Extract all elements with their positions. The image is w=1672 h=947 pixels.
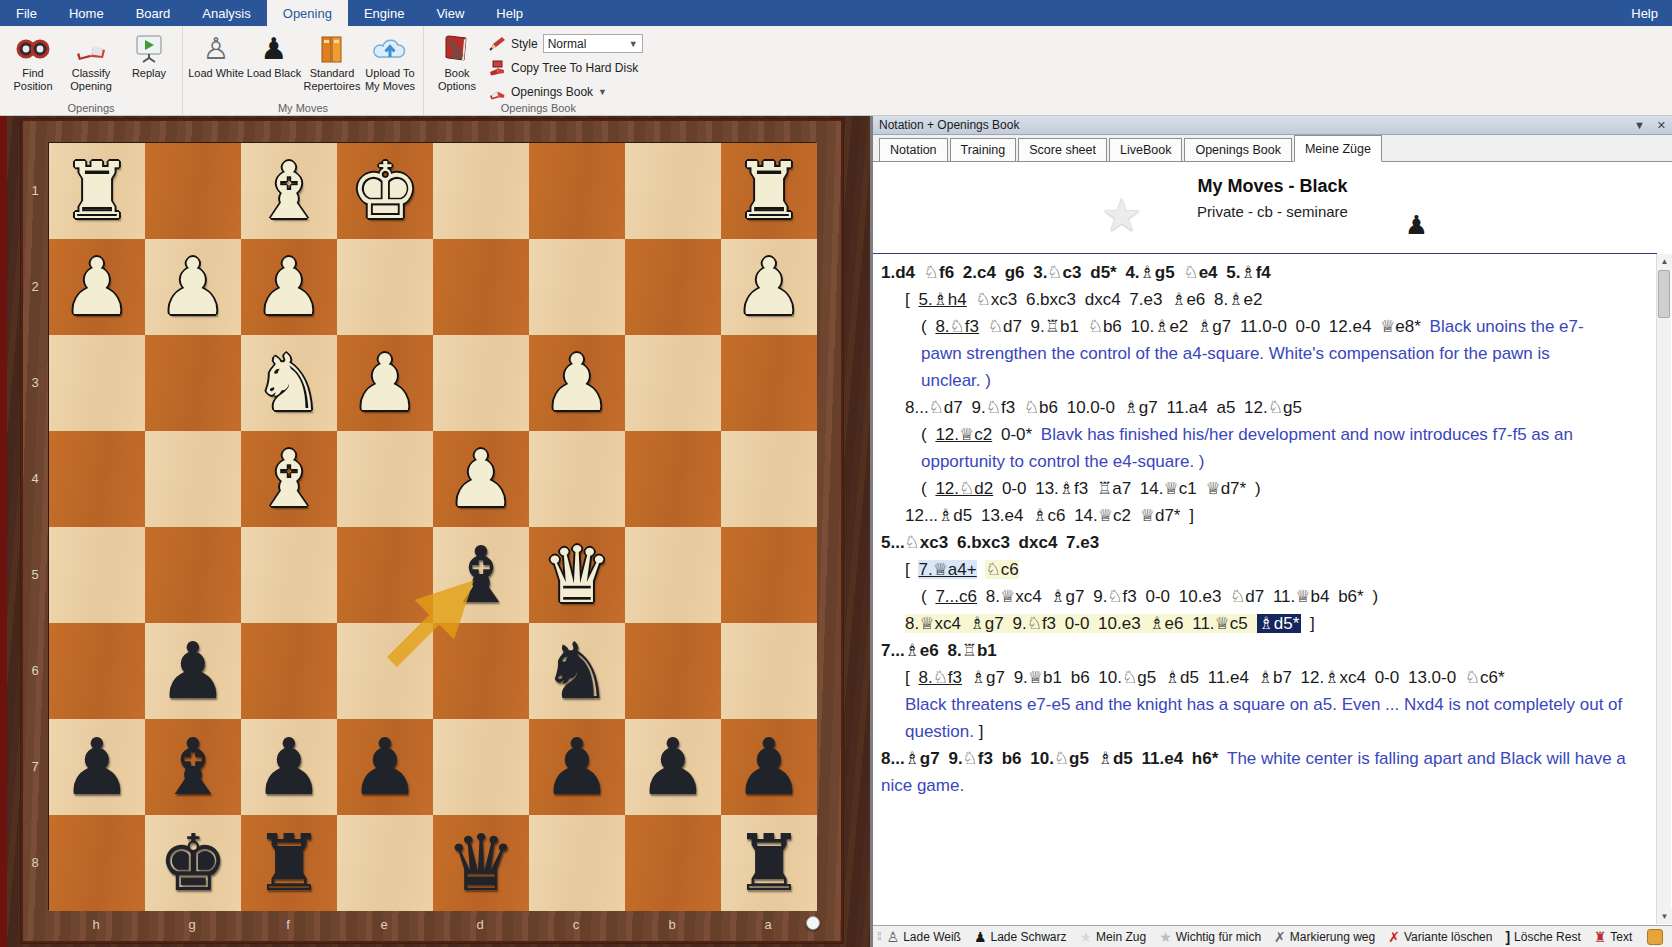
move-text[interactable]: 12.♘d2	[935, 479, 993, 498]
panel-tab-strip: NotationTrainingScore sheetLiveBookOpeni…	[873, 135, 1672, 162]
square-a3[interactable]	[721, 335, 817, 431]
white-pawn: ♟	[529, 335, 625, 431]
star-gray-icon: ★	[1159, 929, 1172, 945]
move-text[interactable]: [	[905, 560, 918, 579]
notation-line-19: 8...♗g7 9.♘f3 b6 10.♘g5 ♗d5 11.e4 h6* Th…	[881, 745, 1657, 772]
panel-tab-score-sheet[interactable]: Score sheet	[1018, 138, 1107, 161]
panel-tab-meine-züge[interactable]: Meine Züge	[1294, 135, 1382, 162]
square-f1[interactable]: ♝	[241, 143, 337, 239]
comment-text: Black threatens e7-e5 and the knight has…	[905, 695, 1622, 714]
chevron-down-icon[interactable]: ▼	[598, 87, 607, 97]
comment-text: unclear. )	[921, 371, 991, 390]
panel-tab-openings-book[interactable]: Openings Book	[1184, 138, 1291, 161]
white-pawn: ♟	[241, 239, 337, 335]
red-book-icon	[488, 84, 506, 100]
move-text[interactable]: [	[905, 668, 918, 687]
style-row[interactable]: StyleNormal▼	[488, 34, 643, 53]
square-h5[interactable]	[49, 527, 145, 623]
square-d2[interactable]	[433, 239, 529, 335]
ribbon-group-openings-book: Book OptionsStyleNormal▼Copy Tree To Har…	[423, 26, 653, 115]
rank-label-1: 1	[24, 142, 46, 238]
panel-tab-livebook[interactable]: LiveBook	[1109, 138, 1182, 161]
move-text[interactable]: 7...♗e6 8.♖b1	[881, 641, 997, 660]
move-text[interactable]: 5.♗h4	[918, 290, 966, 309]
white-pawn: ♟	[433, 431, 529, 527]
panel-tab-notation[interactable]: Notation	[879, 138, 948, 161]
move-text[interactable]: 8...♗g7 9.♘f3 b6 10.♘g5 ♗d5 11.e4 h6*	[881, 749, 1227, 768]
openings-book-small-controls: StyleNormal▼Copy Tree To Hard DiskOpenin…	[486, 28, 649, 101]
black-pawn: ♟	[529, 719, 625, 815]
book-options-label: Book Options	[428, 67, 486, 93]
load-black-label: Load Black	[247, 67, 301, 80]
move-text[interactable]: 8.♕xc4 ♗g7 9.♘f3 0-0 10.e3 ♘d7 11.♕b4 b6…	[977, 587, 1378, 606]
notation-line-13: ( 7...c6 8.♕xc4 ♗g7 9.♘f3 0-0 10.e3 ♘d7 …	[881, 583, 1657, 610]
move-text[interactable]: 8.♘f3	[935, 317, 979, 336]
rank-labels: 12345678	[24, 142, 46, 910]
white-bishop: ♝	[241, 431, 337, 527]
notation-line-10: 12...♗d5 13.e4 ♗c6 14.♕c2 ♕d7* ]	[881, 502, 1657, 529]
black-pawn: ♟	[337, 719, 433, 815]
square-g4[interactable]	[145, 431, 241, 527]
replay-label: Replay	[132, 67, 166, 80]
ribbon-group-title: Openings	[0, 102, 182, 114]
square-a4[interactable]	[721, 431, 817, 527]
rank-label-8: 8	[24, 814, 46, 910]
notation-line-16: [ 8.♘f3 ♗g7 9.♕b1 b6 10.♘g5 ♗d5 11.e4 ♗b…	[881, 664, 1657, 691]
mein-zug-button[interactable]: ★Mein Zug	[1080, 929, 1147, 945]
square-g6[interactable]: ♟	[145, 623, 241, 719]
file-label-f: f	[240, 912, 336, 936]
replay-screen-icon	[132, 31, 166, 67]
lade-schwarz-label: Lade Schwarz	[991, 930, 1067, 944]
move-text[interactable]: 0-0 13.♗f3 ♖a7 14.♕c1 ♕d7* )	[993, 479, 1260, 498]
square-b2[interactable]	[625, 239, 721, 335]
square-e4[interactable]	[337, 431, 433, 527]
ribbon-tab-board[interactable]: Board	[120, 0, 187, 26]
openings-book-row[interactable]: Openings Book▼	[488, 82, 643, 101]
move-text[interactable]: [	[905, 290, 918, 309]
repertoire-title: My Moves - Black	[873, 176, 1672, 197]
file-label-a: a	[720, 912, 816, 936]
standard-repertoires-button[interactable]: Standard Repertoires	[303, 28, 361, 93]
variante-loeschen-label: Variante löschen	[1404, 930, 1493, 944]
square-e3[interactable]: ♟	[337, 335, 433, 431]
red-piece-icon: ♜	[1594, 929, 1607, 945]
upload-to-my-moves-button[interactable]: Upload To My Moves	[361, 28, 419, 93]
square-g7[interactable]: ♝	[145, 719, 241, 815]
square-g1[interactable]	[145, 143, 241, 239]
move-text[interactable]: (	[921, 317, 935, 336]
notation-line-6: 8...♘d7 9.♘f3 ♘b6 10.0-0 ♗g7 11.a4 a5 12…	[881, 394, 1657, 421]
move-text[interactable]: ]	[979, 722, 984, 741]
chessbase-window: FileHomeBoardAnalysisOpeningEngineViewHe…	[0, 0, 1672, 947]
square-f8[interactable]: ♜	[241, 815, 337, 911]
square-c5[interactable]: ♛	[529, 527, 625, 623]
square-d6[interactable]	[433, 623, 529, 719]
notation-line-5: unclear. )	[881, 367, 1657, 394]
book-options-button[interactable]: Book Options	[428, 28, 486, 93]
black-knight: ♞	[529, 623, 625, 719]
scrollbar-thumb[interactable]	[1658, 270, 1670, 318]
lade-weiss-button[interactable]: ♙Lade Weiß	[887, 929, 961, 945]
rank-label-3: 3	[24, 334, 46, 430]
lade-weiss-label: Lade Weiß	[903, 930, 961, 944]
wichtig-fuer-mich-button[interactable]: ★Wichtig für mich	[1159, 929, 1261, 945]
ribbon-tab-home[interactable]: Home	[53, 0, 120, 26]
repertoire-subtitle: Private - cb - seminare	[873, 203, 1672, 220]
notation-line-15: 7...♗e6 8.♖b1	[881, 637, 1657, 664]
square-d4[interactable]: ♟	[433, 431, 529, 527]
bracket-icon: ]	[1505, 929, 1510, 945]
help-link[interactable]: Help	[1617, 0, 1672, 26]
panel-title: Notation + Openings Book	[879, 118, 1019, 132]
black-king: ♚	[145, 815, 241, 911]
rank-label-6: 6	[24, 622, 46, 718]
square-h4[interactable]	[49, 431, 145, 527]
black-pawn: ♟	[145, 623, 241, 719]
square-f4[interactable]: ♝	[241, 431, 337, 527]
black-bishop: ♝	[433, 527, 529, 623]
replay-button[interactable]: Replay	[120, 28, 178, 80]
notation-scrollbar[interactable]: ▲ ▼	[1656, 254, 1671, 924]
variante-loeschen-button[interactable]: ✗Variante löschen	[1388, 929, 1492, 945]
square-c1[interactable]	[529, 143, 625, 239]
comment-text: Blavk has finished his/her development a…	[1041, 425, 1573, 444]
move-text[interactable]: 8...♘d7 9.♘f3 ♘b6 10.0-0 ♗g7 11.a4 a5 12…	[905, 398, 1302, 417]
square-a8[interactable]: ♜	[721, 815, 817, 911]
square-g8[interactable]: ♚	[145, 815, 241, 911]
square-b7[interactable]: ♟	[625, 719, 721, 815]
square-a1[interactable]: ♜	[721, 143, 817, 239]
square-g5[interactable]	[145, 527, 241, 623]
square-b1[interactable]	[625, 143, 721, 239]
loesche-rest-label: Lösche Rest	[1514, 930, 1581, 944]
classify-opening-label: Classify Opening	[62, 67, 120, 93]
black-pawn: ♟	[625, 719, 721, 815]
square-a6[interactable]	[721, 623, 817, 719]
white-knight: ♞	[241, 335, 337, 431]
square-d8[interactable]: ♛	[433, 815, 529, 911]
chevron-down-icon[interactable]: ▼	[1634, 119, 1645, 131]
notation-line-4: pawn strengthen the control of the a4-sq…	[881, 340, 1657, 367]
notation-line-3: ( 8.♘f3 ♘d7 9.♖b1 ♘b6 10.♗e2 ♗g7 11.0-0 …	[881, 313, 1657, 340]
wood-edge	[0, 116, 7, 947]
ribbon-tab-opening[interactable]: Opening	[267, 0, 348, 26]
square-e6[interactable]	[337, 623, 433, 719]
move-text[interactable]: (	[921, 479, 935, 498]
rank-label-2: 2	[24, 238, 46, 334]
style-value: Normal	[548, 37, 587, 51]
square-d3[interactable]	[433, 335, 529, 431]
square-h8[interactable]	[49, 815, 145, 911]
copy-books-icon	[488, 60, 506, 76]
square-b6[interactable]	[625, 623, 721, 719]
ribbon-tab-view[interactable]: View	[420, 0, 480, 26]
notation-line-8: opportunity to control the e4-square. )	[881, 448, 1657, 475]
star-icon[interactable]: ★	[1101, 188, 1142, 242]
pen-icon	[488, 36, 506, 52]
file-label-g: g	[144, 912, 240, 936]
repertoire-header: ★ My Moves - Black Private - cb - semina…	[873, 162, 1672, 253]
square-b5[interactable]	[625, 527, 721, 623]
white-queen: ♛	[529, 527, 625, 623]
load-white-label: Load White	[188, 67, 244, 80]
black-bishop: ♝	[145, 719, 241, 815]
move-text[interactable]: ]	[1301, 614, 1314, 633]
open-book-icon	[74, 31, 108, 67]
square-d5[interactable]: ♝	[433, 527, 529, 623]
openings-book-label: Openings Book	[511, 85, 593, 99]
white-pawn: ♟	[337, 335, 433, 431]
black-queen: ♛	[433, 815, 529, 911]
square-d7[interactable]	[433, 719, 529, 815]
ribbon-tab-file[interactable]: File	[0, 0, 53, 26]
square-c8[interactable]	[529, 815, 625, 911]
notation-line-11: 5...♘xc3 6.bxc3 dxc4 7.e3	[881, 529, 1657, 556]
scroll-up-icon[interactable]: ▲	[1657, 254, 1672, 269]
notation-line-14: 8.♕xc4 ♗g7 9.♘f3 0-0 10.e3 ♗e6 11.♕c5 ♗d…	[881, 610, 1657, 637]
close-icon[interactable]: ✕	[1657, 119, 1666, 132]
square-e7[interactable]: ♟	[337, 719, 433, 815]
rank-label-4: 4	[24, 430, 46, 526]
square-h2[interactable]: ♟	[49, 239, 145, 335]
square-a2[interactable]: ♟	[721, 239, 817, 335]
comment-text: opportunity to control the e4-square. )	[921, 452, 1205, 471]
square-d1[interactable]	[433, 143, 529, 239]
ribbon-tab-bar: FileHomeBoardAnalysisOpeningEngineViewHe…	[0, 0, 1672, 26]
square-c4[interactable]	[529, 431, 625, 527]
find-position-button[interactable]: Find Position	[4, 28, 62, 93]
red-book-wrench-icon	[440, 31, 474, 67]
star-light-icon: ★	[1080, 929, 1093, 945]
square-f5[interactable]	[241, 527, 337, 623]
file-label-e: e	[336, 912, 432, 936]
square-e1[interactable]: ♚	[337, 143, 433, 239]
move-text[interactable]: (	[921, 587, 935, 606]
square-b3[interactable]	[625, 335, 721, 431]
wichtig-fuer-mich-label: Wichtig für mich	[1176, 930, 1261, 944]
upload-to-my-moves-label: Upload To My Moves	[361, 67, 419, 93]
white-pawn: ♟	[721, 239, 817, 335]
copy-tree-to-hard-disk-row[interactable]: Copy Tree To Hard Disk	[488, 58, 643, 77]
move-text[interactable]: ♗g7 9.♕b1 b6 10.♘g5 ♗d5 11.e4 ♗b7 12.♗xc…	[962, 668, 1505, 687]
panel-tab-training[interactable]: Training	[950, 138, 1017, 161]
white-pawn-icon: ♙	[887, 929, 900, 945]
black-pawn: ♟	[721, 719, 817, 815]
ribbon-group-title: Openings Book	[424, 102, 653, 114]
ribbon-tab-help[interactable]: Help	[480, 0, 539, 26]
square-c2[interactable]	[529, 239, 625, 335]
text-label: Text	[1610, 930, 1632, 944]
move-text[interactable]: 5...♘xc3 6.bxc3 dxc4 7.e3	[881, 533, 1099, 552]
move-text[interactable]: ♘xc3 6.bxc3 dxc4 7.e3 ♗e6 8.♗e2	[967, 290, 1263, 309]
notation-line-2: [ 5.♗h4 ♘xc3 6.bxc3 dxc4 7.e3 ♗e6 8.♗e2	[881, 286, 1657, 313]
square-c3[interactable]: ♟	[529, 335, 625, 431]
notation-line-12: [ 7.♕a4+ ♘c6	[881, 556, 1657, 583]
square-f6[interactable]	[241, 623, 337, 719]
rank-label-5: 5	[24, 526, 46, 622]
move-text[interactable]: ♘d7 9.♖b1 ♘b6 10.♗e2 ♗g7 11.0-0 0-0 12.e…	[979, 317, 1430, 336]
ribbon-group-openings: Find PositionClassify OpeningReplayOpeni…	[0, 26, 182, 115]
black-pawn: ♟	[241, 719, 337, 815]
file-label-b: b	[624, 912, 720, 936]
notation-line-17: Black threatens e7-e5 and the knight has…	[881, 691, 1657, 718]
move-text[interactable]: ♗d5*	[1257, 614, 1302, 633]
file-label-h: h	[48, 912, 144, 936]
notation-line-18: question. ]	[881, 718, 1657, 745]
square-h6[interactable]	[49, 623, 145, 719]
ribbon: Find PositionClassify OpeningReplayOpeni…	[0, 26, 1672, 116]
notation-panel: Notation + Openings Book ▼ ✕ NotationTra…	[870, 116, 1672, 947]
notation-line-7: ( 12.♕c2 0-0* Blavk has finished his/her…	[881, 421, 1657, 448]
text-button[interactable]: ♜Text	[1594, 929, 1633, 945]
move-text[interactable]: 12...♗d5 13.e4 ♗c6 14.♕c2 ♕d7* ]	[905, 506, 1194, 525]
square-b4[interactable]	[625, 431, 721, 527]
load-white-button[interactable]: ♙Load White	[187, 28, 245, 80]
black-pawn-icon: ♟	[974, 929, 987, 945]
standard-repertoires-label: Standard Repertoires	[303, 67, 361, 93]
white-pawn-icon: ♙	[203, 31, 230, 67]
black-rook: ♜	[241, 815, 337, 911]
gray-x-icon: ✗	[1274, 929, 1286, 945]
comment-text: pawn strengthen the control of the a4-sq…	[921, 344, 1550, 363]
file-labels: hgfedcba	[48, 912, 816, 936]
file-label-d: d	[432, 912, 528, 936]
find-position-label: Find Position	[4, 67, 62, 93]
toolbar-drag-handle[interactable]: ⁞⁞	[877, 931, 881, 942]
rank-label-7: 7	[24, 718, 46, 814]
black-rook: ♜	[721, 815, 817, 911]
comment-text: question.	[905, 722, 979, 741]
orange-books-icon	[317, 31, 347, 67]
square-a7[interactable]: ♟	[721, 719, 817, 815]
square-f2[interactable]: ♟	[241, 239, 337, 335]
style-label: Style	[511, 37, 538, 51]
square-c6[interactable]: ♞	[529, 623, 625, 719]
side-to-move-indicator	[806, 916, 820, 930]
white-king: ♚	[337, 143, 433, 239]
move-text[interactable]: 8.♕xc4 ♗g7 9.♘f3 0-0 10.e3 ♗e6 11.♕c5	[905, 614, 1257, 633]
square-h7[interactable]: ♟	[49, 719, 145, 815]
white-rook: ♜	[721, 143, 817, 239]
square-h1[interactable]: ♜	[49, 143, 145, 239]
classify-opening-button[interactable]: Classify Opening	[62, 28, 120, 93]
ribbon-tab-analysis[interactable]: Analysis	[186, 0, 266, 26]
lade-schwarz-button[interactable]: ♟Lade Schwarz	[974, 929, 1067, 945]
panel-title-bar[interactable]: Notation + Openings Book ▼ ✕	[873, 116, 1672, 135]
square-e8[interactable]	[337, 815, 433, 911]
move-text[interactable]: 8.♘f3	[918, 668, 962, 687]
move-text[interactable]: (	[921, 425, 935, 444]
move-text[interactable]: 0-0*	[992, 425, 1041, 444]
square-g3[interactable]	[145, 335, 241, 431]
chevron-down-icon: ▼	[629, 39, 638, 49]
style-dropdown[interactable]: Normal▼	[543, 34, 643, 53]
black-pawn: ♟	[49, 719, 145, 815]
clipped-toolbar-icon[interactable]	[1647, 929, 1663, 945]
square-e2[interactable]	[337, 239, 433, 335]
square-c7[interactable]: ♟	[529, 719, 625, 815]
square-f7[interactable]: ♟	[241, 719, 337, 815]
notation-line-9: ( 12.♘d2 0-0 13.♗f3 ♖a7 14.♕c1 ♕d7* )	[881, 475, 1657, 502]
loesche-rest-button[interactable]: ]Lösche Rest	[1505, 929, 1580, 945]
comment-text: Black unoins the e7-	[1430, 317, 1584, 336]
board-panel: 12345678 hgfedcba ♜♝♚♜♟♟♟♟♞♟♟♝♟♝♛♟♞♟♝♟♟♟…	[0, 116, 870, 947]
square-h3[interactable]	[49, 335, 145, 431]
notation-line-20: nice game.	[881, 772, 1657, 799]
move-text[interactable]: 1.d4 ♘f6 2.c4 g6 3.♘c3 d5* 4.♗g5 ♘e4 5.♗…	[881, 263, 1271, 282]
file-label-c: c	[528, 912, 624, 936]
comment-text: The white center is falling apart and Bl…	[1227, 749, 1626, 768]
white-bishop: ♝	[241, 143, 337, 239]
red-x-icon: ✗	[1388, 929, 1400, 945]
cloud-upload-icon	[372, 31, 408, 67]
comment-text: nice game.	[881, 776, 964, 795]
square-f3[interactable]: ♞	[241, 335, 337, 431]
scroll-down-icon[interactable]: ▼	[1657, 909, 1672, 924]
square-g2[interactable]: ♟	[145, 239, 241, 335]
copy-tree-to-hard-disk-label: Copy Tree To Hard Disk	[511, 61, 638, 75]
markierung-weg-label: Markierung weg	[1290, 930, 1375, 944]
ribbon-tab-engine[interactable]: Engine	[348, 0, 420, 26]
white-pawn: ♟	[49, 239, 145, 335]
move-text[interactable]: 7.♕a4+	[918, 560, 976, 579]
square-e5[interactable]	[337, 527, 433, 623]
ribbon-group-my-moves: ♙Load White♟Load BlackStandard Repertoir…	[182, 26, 423, 115]
load-black-button[interactable]: ♟Load Black	[245, 28, 303, 80]
person-pawn-icon[interactable]: ♟	[1405, 210, 1428, 240]
binoculars-icon	[16, 31, 50, 67]
move-text[interactable]: 12.♕c2	[935, 425, 992, 444]
move-text[interactable]: ♘c6	[985, 560, 1018, 579]
bottom-toolbar: ⁞⁞ ♙Lade Weiß♟Lade Schwarz★Mein Zug★Wich…	[873, 925, 1672, 947]
white-pawn: ♟	[145, 239, 241, 335]
mein-zug-label: Mein Zug	[1096, 930, 1146, 944]
notation-line-1: 1.d4 ♘f6 2.c4 g6 3.♘c3 d5* 4.♗g5 ♘e4 5.♗…	[881, 259, 1657, 286]
square-b8[interactable]	[625, 815, 721, 911]
markierung-weg-button[interactable]: ✗Markierung weg	[1274, 929, 1375, 945]
white-rook: ♜	[49, 143, 145, 239]
chess-board[interactable]: ♜♝♚♜♟♟♟♟♞♟♟♝♟♝♛♟♞♟♝♟♟♟♟♟♚♜♛♜	[48, 142, 816, 910]
square-a5[interactable]	[721, 527, 817, 623]
move-text[interactable]: 7...c6	[935, 587, 977, 606]
ribbon-group-title: My Moves	[183, 102, 423, 114]
black-pawn-icon: ♟	[261, 31, 288, 67]
notation-text[interactable]: 1.d4 ♘f6 2.c4 g6 3.♘c3 d5* 4.♗g5 ♘e4 5.♗…	[873, 253, 1657, 925]
